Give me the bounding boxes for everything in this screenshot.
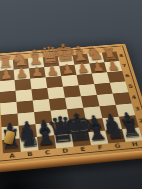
- file-label-c: C: [39, 148, 58, 156]
- chessboard: ♜♞♝♛♚♝♞♜♟♟♟♟♟♟♟♟♟♟♟♟♟♟♟♟♜♞♝♛♚♝♞♜ ABCDEFG…: [0, 44, 142, 165]
- piece-white-rook: ♜: [0, 54, 14, 71]
- rank-label-5: 5: [128, 84, 134, 90]
- chessboard-wrap: ♜♞♝♛♚♝♞♜♟♟♟♟♟♟♟♟♟♟♟♟♟♟♟♟♜♞♝♛♚♝♞♜ ABCDEFG…: [0, 44, 142, 165]
- file-label-a: A: [3, 152, 21, 161]
- rank-label-2: 2: [138, 118, 142, 125]
- file-label-h: H: [126, 140, 142, 148]
- rank-label-3: 3: [134, 106, 140, 112]
- rank-label-8: 8: [119, 53, 125, 58]
- file-label-g: G: [108, 142, 127, 150]
- file-label-b: B: [21, 150, 39, 159]
- rank-label-6: 6: [125, 73, 131, 79]
- file-label-d: D: [56, 147, 75, 155]
- file-label-f: F: [91, 143, 110, 151]
- table-scene: ♜♞♝♛♚♝♞♜♟♟♟♟♟♟♟♟♟♟♟♟♟♟♟♟♜♞♝♛♚♝♞♜ ABCDEFG…: [0, 0, 142, 189]
- rank-label-4: 4: [131, 94, 137, 100]
- file-label-e: E: [74, 145, 93, 153]
- rank-label-7: 7: [122, 63, 128, 68]
